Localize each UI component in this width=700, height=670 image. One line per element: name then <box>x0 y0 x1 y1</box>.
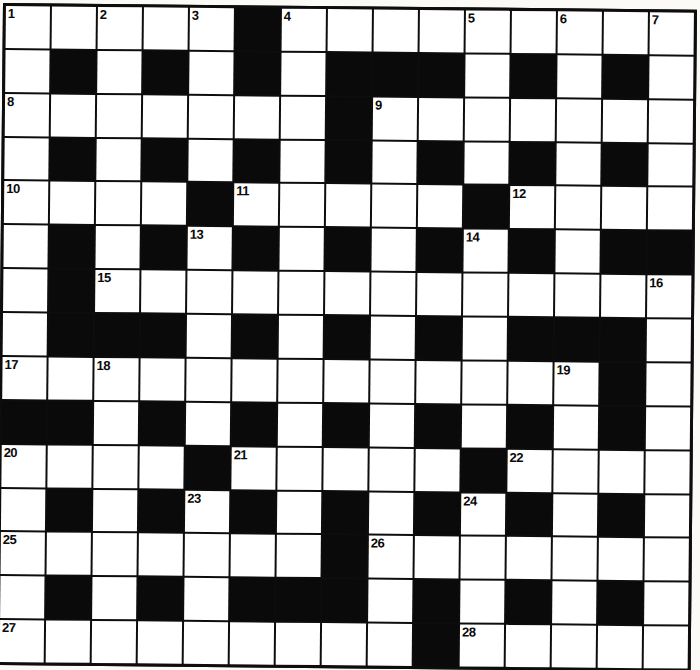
cell-r5c10[interactable] <box>418 185 462 227</box>
cell-r12c11[interactable]: 24 <box>461 493 505 535</box>
clue-number-16: 16 <box>649 275 663 290</box>
clue-number-5: 5 <box>468 10 475 25</box>
cell-r2c15[interactable] <box>649 56 693 98</box>
black-cell-r12c12 <box>507 493 551 535</box>
cell-r15c8[interactable] <box>322 623 366 665</box>
cell-r2c13[interactable] <box>557 55 601 97</box>
cell-r13c1[interactable]: 25 <box>1 532 45 574</box>
black-cell-r12c2 <box>47 489 91 531</box>
cell-r8c9[interactable] <box>371 317 415 359</box>
cell-r15c9[interactable] <box>368 624 412 666</box>
cell-r2c5[interactable] <box>189 52 233 94</box>
clue-number-10: 10 <box>6 181 20 196</box>
clue-number-11: 11 <box>236 184 249 199</box>
clue-number-22: 22 <box>510 450 524 465</box>
cell-r2c7[interactable] <box>281 53 325 95</box>
cell-r14c3[interactable] <box>92 577 136 619</box>
cell-r9c5[interactable] <box>186 359 230 401</box>
black-cell-r2c12 <box>511 55 555 97</box>
crossword-puzzle: 1234567891011121314151617181920212223242… <box>0 3 697 670</box>
cell-r1c2[interactable] <box>52 6 96 48</box>
cell-r4c7[interactable] <box>280 140 324 182</box>
black-cell-r6c6 <box>233 228 277 270</box>
cell-r11c10[interactable] <box>415 449 459 491</box>
clue-number-7: 7 <box>652 12 659 27</box>
cell-r1c11[interactable]: 5 <box>466 10 510 52</box>
cell-r1c10[interactable] <box>420 10 464 52</box>
cell-r9c15[interactable] <box>646 363 690 405</box>
black-cell-r13c8 <box>323 535 367 577</box>
cell-r5c4[interactable] <box>142 183 186 225</box>
black-cell-r4c10 <box>418 142 462 184</box>
black-cell-r10c4 <box>140 402 184 444</box>
black-cell-r1c6 <box>236 8 280 50</box>
black-cell-r2c9 <box>373 53 417 95</box>
black-cell-r14c4 <box>138 578 182 620</box>
cell-r13c9[interactable]: 26 <box>368 536 412 578</box>
cell-r15c12[interactable] <box>506 625 550 667</box>
black-cell-r6c4 <box>141 227 185 269</box>
cell-r4c9[interactable] <box>372 141 416 183</box>
cell-r9c12[interactable] <box>508 362 552 404</box>
black-cell-r14c8 <box>322 579 366 621</box>
cell-r4c15[interactable] <box>648 144 692 186</box>
black-cell-r14c12 <box>506 581 550 623</box>
cell-r15c13[interactable] <box>552 625 596 667</box>
cell-r3c2[interactable] <box>51 94 95 136</box>
cell-r4c5[interactable] <box>188 139 232 181</box>
black-cell-r2c10 <box>419 54 463 96</box>
black-cell-r12c14 <box>599 494 643 536</box>
cell-r12c3[interactable] <box>93 489 137 531</box>
cell-r3c6[interactable] <box>235 96 279 138</box>
cell-r15c14[interactable] <box>598 626 642 668</box>
cell-r4c3[interactable] <box>96 138 140 180</box>
black-cell-r10c8 <box>324 404 368 446</box>
cell-r8c1[interactable] <box>3 313 47 355</box>
cell-r4c11[interactable] <box>464 142 508 184</box>
cell-r11c3[interactable] <box>93 446 137 488</box>
cell-r14c11[interactable] <box>460 581 504 623</box>
cell-r1c4[interactable] <box>144 7 188 49</box>
cell-r11c4[interactable] <box>139 446 183 488</box>
clue-number-2: 2 <box>100 7 107 22</box>
black-cell-r10c10 <box>416 405 460 447</box>
cell-r1c1[interactable]: 1 <box>6 6 50 48</box>
cell-r7c5[interactable] <box>187 271 231 313</box>
cell-r7c14[interactable] <box>601 275 645 317</box>
cell-r13c2[interactable] <box>47 533 91 575</box>
cell-r7c13[interactable] <box>555 275 599 317</box>
black-cell-r11c5 <box>185 446 229 488</box>
cell-r8c5[interactable] <box>187 315 231 357</box>
clue-number-1: 1 <box>8 6 15 21</box>
cell-r5c2[interactable] <box>50 182 94 224</box>
cell-r7c3[interactable]: 15 <box>95 270 139 312</box>
cell-r9c9[interactable] <box>370 360 414 402</box>
black-cell-r3c8 <box>327 97 371 139</box>
cell-r6c13[interactable] <box>555 231 599 273</box>
cell-r10c15[interactable] <box>646 407 690 449</box>
black-cell-r8c4 <box>141 314 185 356</box>
black-cell-r14c7 <box>276 579 320 621</box>
clue-number-13: 13 <box>190 227 204 242</box>
clue-number-18: 18 <box>96 358 110 373</box>
cell-r3c11[interactable] <box>465 98 509 140</box>
cell-r1c8[interactable] <box>328 9 372 51</box>
cell-r11c1[interactable]: 20 <box>1 445 45 487</box>
black-cell-r9c14 <box>600 363 644 405</box>
cell-r15c2[interactable] <box>46 621 90 663</box>
cell-r15c1[interactable]: 27 <box>0 620 44 662</box>
clue-number-27: 27 <box>2 620 16 635</box>
cell-r3c4[interactable] <box>143 95 187 137</box>
cell-r15c11[interactable]: 28 <box>460 625 504 667</box>
cell-r9c4[interactable] <box>140 358 184 400</box>
cell-r8c7[interactable] <box>279 316 323 358</box>
cell-r1c13[interactable]: 6 <box>558 11 602 53</box>
cell-r11c9[interactable] <box>369 448 413 490</box>
cell-r7c6[interactable] <box>233 271 277 313</box>
cell-r7c9[interactable] <box>371 273 415 315</box>
cell-r9c10[interactable] <box>416 361 460 403</box>
cell-r1c9[interactable] <box>374 10 418 52</box>
cell-r3c9[interactable]: 9 <box>373 97 417 139</box>
black-cell-r15c10 <box>414 624 458 666</box>
black-cell-r14c6 <box>230 578 274 620</box>
black-cell-r10c14 <box>600 407 644 449</box>
cell-r5c3[interactable] <box>96 182 140 224</box>
cell-r6c7[interactable] <box>279 228 323 270</box>
cell-r11c2[interactable] <box>47 445 91 487</box>
black-cell-r12c6 <box>231 491 275 533</box>
cell-r3c3[interactable] <box>97 95 141 137</box>
cell-r9c11[interactable] <box>462 361 506 403</box>
cell-r10c13[interactable] <box>554 406 598 448</box>
cell-r1c12[interactable] <box>512 11 556 53</box>
cell-r1c5[interactable]: 3 <box>190 8 234 50</box>
cell-r6c9[interactable] <box>371 229 415 271</box>
cell-r13c10[interactable] <box>414 536 458 578</box>
cell-r10c5[interactable] <box>186 403 230 445</box>
black-cell-r4c2 <box>50 138 94 180</box>
cell-r15c15[interactable] <box>644 626 688 668</box>
cell-r11c12[interactable]: 22 <box>507 450 551 492</box>
black-cell-r2c14 <box>603 56 647 98</box>
cell-r2c11[interactable] <box>465 54 509 96</box>
cell-r3c12[interactable] <box>511 99 555 141</box>
clue-number-6: 6 <box>560 11 567 26</box>
black-cell-r2c6 <box>235 52 279 94</box>
cell-r13c4[interactable] <box>139 534 183 576</box>
cell-r13c15[interactable] <box>644 539 688 581</box>
black-cell-r7c2 <box>49 270 93 312</box>
cell-r11c14[interactable] <box>599 450 643 492</box>
cell-r14c9[interactable] <box>368 580 412 622</box>
black-cell-r8c2 <box>49 314 93 356</box>
clue-number-21: 21 <box>234 447 248 462</box>
cell-r5c9[interactable] <box>372 185 416 227</box>
black-cell-r8c14 <box>601 319 645 361</box>
cell-r3c7[interactable] <box>281 96 325 138</box>
black-cell-r10c1 <box>2 401 46 443</box>
cell-r9c7[interactable] <box>278 360 322 402</box>
black-cell-r6c15 <box>647 232 691 274</box>
cell-r12c5[interactable]: 23 <box>185 490 229 532</box>
cell-r14c1[interactable] <box>0 576 44 618</box>
cell-r13c6[interactable] <box>231 535 275 577</box>
cell-r7c12[interactable] <box>509 274 553 316</box>
cell-r14c5[interactable] <box>184 578 228 620</box>
crossword-board: 1234567891011121314151617181920212223242… <box>0 3 697 670</box>
cell-r11c7[interactable] <box>277 447 321 489</box>
cell-r5c13[interactable] <box>556 187 600 229</box>
black-cell-r2c2 <box>51 50 95 92</box>
cell-r1c3[interactable]: 2 <box>98 7 142 49</box>
clue-number-12: 12 <box>512 186 526 201</box>
cell-r13c14[interactable] <box>598 538 642 580</box>
cell-r5c14[interactable] <box>602 187 646 229</box>
cell-r10c9[interactable] <box>370 404 414 446</box>
black-cell-r5c5 <box>188 183 232 225</box>
clue-number-23: 23 <box>187 490 201 505</box>
cell-r1c14[interactable] <box>604 12 648 54</box>
black-cell-r2c8 <box>327 53 371 95</box>
cell-r7c7[interactable] <box>279 272 323 314</box>
black-cell-r6c14 <box>601 231 645 273</box>
black-cell-r12c10 <box>415 493 459 535</box>
cell-r6c1[interactable] <box>3 225 47 267</box>
cell-r13c3[interactable] <box>93 533 137 575</box>
black-cell-r4c4 <box>142 139 186 181</box>
black-cell-r8c8 <box>325 316 369 358</box>
cell-r15c6[interactable] <box>230 622 274 664</box>
cell-r6c3[interactable] <box>95 226 139 268</box>
black-cell-r8c13 <box>555 318 599 360</box>
cell-r11c8[interactable] <box>323 448 367 490</box>
black-cell-r5c11 <box>464 186 508 228</box>
cell-r7c4[interactable] <box>141 271 185 313</box>
clue-number-15: 15 <box>97 270 111 285</box>
cell-r9c8[interactable] <box>324 360 368 402</box>
clue-number-26: 26 <box>371 536 385 551</box>
clue-number-28: 28 <box>462 625 476 640</box>
cell-r8c11[interactable] <box>463 317 507 359</box>
cell-r9c2[interactable] <box>48 357 92 399</box>
cell-r5c1[interactable]: 10 <box>4 181 48 223</box>
cell-r3c13[interactable] <box>557 99 601 141</box>
cell-r8c15[interactable] <box>647 319 691 361</box>
cell-r3c15[interactable] <box>649 100 693 142</box>
cell-r5c8[interactable] <box>326 185 370 227</box>
cell-r1c7[interactable]: 4 <box>282 9 326 51</box>
black-cell-r14c2 <box>46 577 90 619</box>
cell-r14c15[interactable] <box>644 582 688 624</box>
black-cell-r6c12 <box>509 230 553 272</box>
clue-number-4: 4 <box>284 9 291 24</box>
cell-r12c1[interactable] <box>1 489 45 531</box>
cell-r15c3[interactable] <box>92 621 136 663</box>
cell-r12c9[interactable] <box>369 492 413 534</box>
cell-r13c13[interactable] <box>552 538 596 580</box>
cell-r6c11[interactable]: 14 <box>463 230 507 272</box>
clue-number-3: 3 <box>192 8 199 23</box>
cell-r4c13[interactable] <box>556 143 600 185</box>
black-cell-r6c2 <box>49 226 93 268</box>
black-cell-r10c6 <box>232 403 276 445</box>
black-cell-r10c2 <box>48 401 92 443</box>
cell-r10c11[interactable] <box>462 405 506 447</box>
cell-r5c6[interactable]: 11 <box>234 184 278 226</box>
black-cell-r14c14 <box>598 582 642 624</box>
cell-r7c15[interactable]: 16 <box>647 275 691 317</box>
black-cell-r2c4 <box>143 51 187 93</box>
clue-number-19: 19 <box>556 362 570 377</box>
cell-r1c15[interactable]: 7 <box>650 12 694 54</box>
cell-r5c15[interactable] <box>648 188 692 230</box>
black-cell-r4c14 <box>602 143 646 185</box>
black-cell-r8c6 <box>233 315 277 357</box>
black-cell-r4c12 <box>510 142 554 184</box>
cell-r11c13[interactable] <box>553 450 597 492</box>
cell-r2c3[interactable] <box>97 51 141 93</box>
black-cell-r4c6 <box>234 140 278 182</box>
cell-r3c1[interactable]: 8 <box>5 94 49 136</box>
black-cell-r11c11 <box>461 449 505 491</box>
cell-r9c1[interactable]: 17 <box>2 357 46 399</box>
black-cell-r12c4 <box>139 490 183 532</box>
clue-number-9: 9 <box>375 97 382 112</box>
clue-number-14: 14 <box>466 230 480 245</box>
cell-r11c6[interactable]: 21 <box>231 447 275 489</box>
cell-r4c1[interactable] <box>4 138 48 180</box>
black-cell-r4c8 <box>326 141 370 183</box>
cell-r5c7[interactable] <box>280 184 324 226</box>
black-cell-r8c10 <box>417 317 461 359</box>
black-cell-r12c8 <box>323 492 367 534</box>
black-cell-r14c10 <box>414 580 458 622</box>
cell-r6c5[interactable]: 13 <box>187 227 231 269</box>
cell-r12c7[interactable] <box>277 491 321 533</box>
black-cell-r8c12 <box>509 318 553 360</box>
cell-r7c10[interactable] <box>417 273 461 315</box>
clue-number-17: 17 <box>4 357 18 372</box>
black-cell-r6c10 <box>417 229 461 271</box>
cell-r2c1[interactable] <box>5 50 49 92</box>
cell-r12c15[interactable] <box>645 495 689 537</box>
cell-r7c11[interactable] <box>463 274 507 316</box>
black-cell-r6c8 <box>325 228 369 270</box>
cell-r13c12[interactable] <box>506 537 550 579</box>
cell-r15c4[interactable] <box>138 621 182 663</box>
black-cell-r8c3 <box>95 314 139 356</box>
cell-r14c13[interactable] <box>552 582 596 624</box>
cell-r7c1[interactable] <box>3 269 47 311</box>
cell-r3c14[interactable] <box>603 99 647 141</box>
cell-r13c11[interactable] <box>460 537 504 579</box>
cell-r9c13[interactable]: 19 <box>554 362 598 404</box>
clue-number-25: 25 <box>3 532 17 547</box>
cell-r10c3[interactable] <box>94 402 138 444</box>
cell-r13c7[interactable] <box>277 535 321 577</box>
cell-r15c5[interactable] <box>184 622 228 664</box>
cell-r3c10[interactable] <box>419 98 463 140</box>
clue-number-24: 24 <box>463 493 477 508</box>
clue-number-8: 8 <box>7 94 14 109</box>
cell-r5c12[interactable]: 12 <box>510 186 554 228</box>
cell-r12c13[interactable] <box>553 494 597 536</box>
black-cell-r10c12 <box>508 406 552 448</box>
cell-r3c5[interactable] <box>189 96 233 138</box>
cell-r9c6[interactable] <box>232 359 276 401</box>
cell-r15c7[interactable] <box>276 623 320 665</box>
cell-r11c15[interactable] <box>645 451 689 493</box>
cell-r10c7[interactable] <box>278 403 322 445</box>
cell-r7c8[interactable] <box>325 272 369 314</box>
cell-r9c3[interactable]: 18 <box>94 358 138 400</box>
clue-number-20: 20 <box>4 445 18 460</box>
cell-r13c5[interactable] <box>185 534 229 576</box>
